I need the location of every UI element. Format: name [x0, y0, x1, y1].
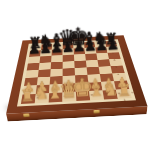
brass-clasp-icon — [94, 110, 100, 114]
brass-clasp-icon — [23, 113, 30, 117]
square-a2: ♟ — [23, 85, 37, 94]
square-c6 — [51, 55, 63, 62]
square-d5 — [63, 61, 75, 69]
piece-black-rook: ♜ — [104, 31, 119, 47]
piece-white-rook: ♜ — [20, 87, 35, 104]
board-frame: ♜♞♝♛♚♝♞♜♟♟♟♟♟♟♟♟♟♟♟♟♟♟♟♟♜♞♝♛♚♝♞♜ abcdefg… — [6, 35, 147, 113]
scene: ♜♞♝♛♚♝♞♜♟♟♟♟♟♟♟♟♟♟♟♟♟♟♟♟♜♞♝♛♚♝♞♜ abcdefg… — [0, 0, 150, 150]
chess-board: ♜♞♝♛♚♝♞♜♟♟♟♟♟♟♟♟♟♟♟♟♟♟♟♟♜♞♝♛♚♝♞♜ abcdefg… — [6, 35, 147, 113]
chess-set-photo: ♜♞♝♛♚♝♞♜♟♟♟♟♟♟♟♟♟♟♟♟♟♟♟♟♜♞♝♛♚♝♞♜ abcdefg… — [0, 0, 150, 150]
board-border-strip: ♜♞♝♛♚♝♞♜♟♟♟♟♟♟♟♟♟♟♟♟♟♟♟♟♜♞♝♛♚♝♞♜ abcdefg… — [17, 39, 136, 106]
square-g5 — [97, 59, 110, 66]
square-e5 — [74, 61, 86, 69]
square-a3 — [24, 77, 38, 86]
